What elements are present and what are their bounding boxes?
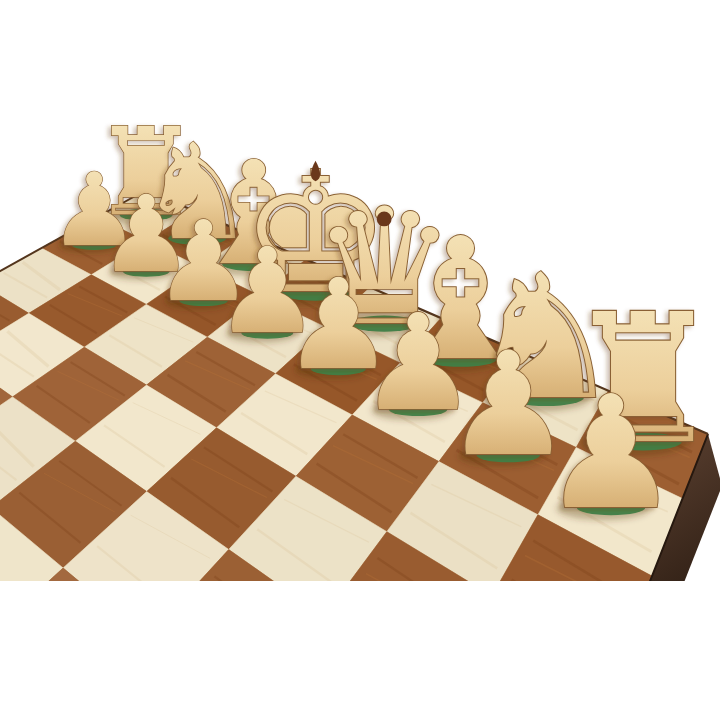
white-pawn-glyph: ♟ <box>541 362 681 544</box>
board-photo-svg: ♜♞♝♚♛♝♞♜♟♟♟♟♟♟♟♟ <box>0 0 720 720</box>
chess-product-photo: Wooden Soviet-era style chess set: light… <box>0 0 720 720</box>
white-pawn-a2: ♟ <box>541 362 681 544</box>
